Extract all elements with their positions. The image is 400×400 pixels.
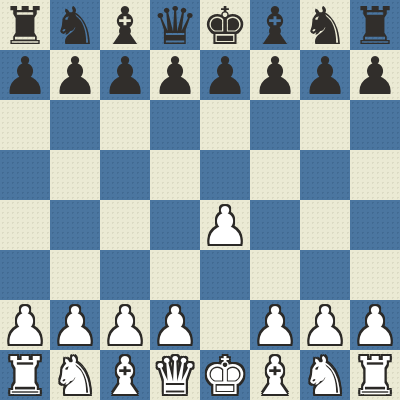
square-e2[interactable] <box>200 300 250 350</box>
piece-black-pawn[interactable]: ♟ <box>302 50 349 102</box>
square-b4[interactable] <box>50 200 100 250</box>
piece-white-knight[interactable]: ♞ <box>52 350 99 400</box>
square-a6[interactable] <box>0 100 50 150</box>
square-h7[interactable]: ♟ <box>350 50 400 100</box>
square-f3[interactable] <box>250 250 300 300</box>
piece-black-rook[interactable]: ♜ <box>352 0 399 52</box>
piece-black-pawn[interactable]: ♟ <box>52 50 99 102</box>
square-f5[interactable] <box>250 150 300 200</box>
square-h2[interactable]: ♟ <box>350 300 400 350</box>
square-d7[interactable]: ♟ <box>150 50 200 100</box>
square-a2[interactable]: ♟ <box>0 300 50 350</box>
square-b2[interactable]: ♟ <box>50 300 100 350</box>
square-h6[interactable] <box>350 100 400 150</box>
square-a5[interactable] <box>0 150 50 200</box>
piece-black-pawn[interactable]: ♟ <box>102 50 149 102</box>
square-g2[interactable]: ♟ <box>300 300 350 350</box>
piece-black-pawn[interactable]: ♟ <box>252 50 299 102</box>
square-d3[interactable] <box>150 250 200 300</box>
square-d2[interactable]: ♟ <box>150 300 200 350</box>
square-e5[interactable] <box>200 150 250 200</box>
piece-white-pawn[interactable]: ♟ <box>252 300 299 352</box>
square-g3[interactable] <box>300 250 350 300</box>
square-g8[interactable]: ♞ <box>300 0 350 50</box>
square-g5[interactable] <box>300 150 350 200</box>
square-c7[interactable]: ♟ <box>100 50 150 100</box>
square-g6[interactable] <box>300 100 350 150</box>
piece-black-bishop[interactable]: ♝ <box>102 0 149 52</box>
square-b8[interactable]: ♞ <box>50 0 100 50</box>
square-e6[interactable] <box>200 100 250 150</box>
piece-white-queen[interactable]: ♛ <box>152 350 199 400</box>
square-c3[interactable] <box>100 250 150 300</box>
square-c1[interactable]: ♝ <box>100 350 150 400</box>
square-f7[interactable]: ♟ <box>250 50 300 100</box>
square-e7[interactable]: ♟ <box>200 50 250 100</box>
square-a4[interactable] <box>0 200 50 250</box>
square-e1[interactable]: ♚ <box>200 350 250 400</box>
piece-white-pawn[interactable]: ♟ <box>2 300 49 352</box>
square-c2[interactable]: ♟ <box>100 300 150 350</box>
square-b3[interactable] <box>50 250 100 300</box>
piece-black-queen[interactable]: ♛ <box>152 0 199 52</box>
square-c4[interactable] <box>100 200 150 250</box>
square-b5[interactable] <box>50 150 100 200</box>
piece-black-knight[interactable]: ♞ <box>52 0 99 52</box>
square-h8[interactable]: ♜ <box>350 0 400 50</box>
piece-white-pawn[interactable]: ♟ <box>102 300 149 352</box>
square-a3[interactable] <box>0 250 50 300</box>
piece-white-bishop[interactable]: ♝ <box>252 350 299 400</box>
square-b7[interactable]: ♟ <box>50 50 100 100</box>
square-d1[interactable]: ♛ <box>150 350 200 400</box>
square-h3[interactable] <box>350 250 400 300</box>
square-c8[interactable]: ♝ <box>100 0 150 50</box>
piece-white-pawn[interactable]: ♟ <box>302 300 349 352</box>
piece-white-pawn[interactable]: ♟ <box>152 300 199 352</box>
chess-board: ♜♞♝♛♚♝♞♜♟♟♟♟♟♟♟♟♟♟♟♟♟♟♟♟♜♞♝♛♚♝♞♜ <box>0 0 400 400</box>
piece-black-knight[interactable]: ♞ <box>302 0 349 52</box>
piece-black-pawn[interactable]: ♟ <box>2 50 49 102</box>
piece-white-bishop[interactable]: ♝ <box>102 350 149 400</box>
piece-black-pawn[interactable]: ♟ <box>352 50 399 102</box>
square-c5[interactable] <box>100 150 150 200</box>
square-e8[interactable]: ♚ <box>200 0 250 50</box>
square-g4[interactable] <box>300 200 350 250</box>
square-g1[interactable]: ♞ <box>300 350 350 400</box>
piece-white-rook[interactable]: ♜ <box>2 350 49 400</box>
square-c6[interactable] <box>100 100 150 150</box>
square-f4[interactable] <box>250 200 300 250</box>
piece-black-king[interactable]: ♚ <box>202 0 249 52</box>
square-f1[interactable]: ♝ <box>250 350 300 400</box>
square-a1[interactable]: ♜ <box>0 350 50 400</box>
piece-white-pawn[interactable]: ♟ <box>202 200 249 252</box>
square-h4[interactable] <box>350 200 400 250</box>
square-b1[interactable]: ♞ <box>50 350 100 400</box>
square-f2[interactable]: ♟ <box>250 300 300 350</box>
piece-black-bishop[interactable]: ♝ <box>252 0 299 52</box>
piece-white-pawn[interactable]: ♟ <box>352 300 399 352</box>
square-a7[interactable]: ♟ <box>0 50 50 100</box>
square-f6[interactable] <box>250 100 300 150</box>
square-a8[interactable]: ♜ <box>0 0 50 50</box>
square-h5[interactable] <box>350 150 400 200</box>
piece-white-knight[interactable]: ♞ <box>302 350 349 400</box>
square-e4[interactable]: ♟ <box>200 200 250 250</box>
square-h1[interactable]: ♜ <box>350 350 400 400</box>
piece-black-pawn[interactable]: ♟ <box>202 50 249 102</box>
square-g7[interactable]: ♟ <box>300 50 350 100</box>
square-d6[interactable] <box>150 100 200 150</box>
square-b6[interactable] <box>50 100 100 150</box>
piece-white-rook[interactable]: ♜ <box>352 350 399 400</box>
piece-black-rook[interactable]: ♜ <box>2 0 49 52</box>
square-f8[interactable]: ♝ <box>250 0 300 50</box>
square-d5[interactable] <box>150 150 200 200</box>
square-d4[interactable] <box>150 200 200 250</box>
square-d8[interactable]: ♛ <box>150 0 200 50</box>
piece-black-pawn[interactable]: ♟ <box>152 50 199 102</box>
piece-white-pawn[interactable]: ♟ <box>52 300 99 352</box>
square-e3[interactable] <box>200 250 250 300</box>
piece-white-king[interactable]: ♚ <box>202 350 249 400</box>
